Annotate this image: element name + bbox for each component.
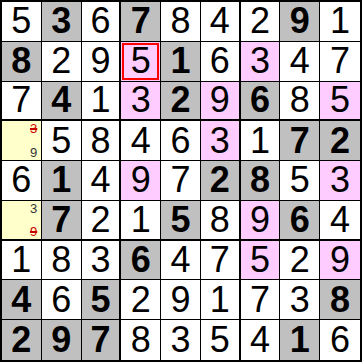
user-digit: 9 <box>250 202 270 238</box>
user-digit: 3 <box>330 162 350 198</box>
given-digit: 6 <box>250 82 270 118</box>
sudoku-board: 5367842918295163477413296853958463172614… <box>0 0 362 362</box>
user-digit: 5 <box>51 123 71 159</box>
cell-r4c9[interactable]: 2 <box>320 121 360 161</box>
cell-r8c9[interactable]: 8 <box>320 280 360 320</box>
cell-r3c1[interactable]: 7 <box>2 82 42 122</box>
user-digit: 8 <box>90 123 110 159</box>
user-digit: 9 <box>90 43 110 79</box>
user-digit: 3 <box>210 123 230 159</box>
user-digit: 9 <box>131 162 151 198</box>
cell-r5c5[interactable]: 7 <box>161 161 201 201</box>
cell-r3c4[interactable]: 3 <box>121 82 161 122</box>
user-digit: 6 <box>170 123 190 159</box>
user-digit: 2 <box>90 202 110 238</box>
user-digit: 8 <box>170 3 190 39</box>
candidate-9-struck: 9 <box>28 225 40 238</box>
user-digit: 5 <box>131 43 151 79</box>
cell-r9c8[interactable]: 1 <box>280 320 320 360</box>
cell-r5c2[interactable]: 1 <box>42 161 82 201</box>
user-digit: 1 <box>210 282 230 318</box>
cell-r5c8[interactable]: 5 <box>280 161 320 201</box>
cell-r4c3[interactable]: 8 <box>82 121 122 161</box>
user-digit: 1 <box>11 242 31 278</box>
user-digit: 7 <box>11 82 31 118</box>
candidate-grid: 39 <box>3 202 40 238</box>
cell-r4c7[interactable]: 1 <box>241 121 281 161</box>
cell-r5c3[interactable]: 4 <box>82 161 122 201</box>
user-digit: 2 <box>131 282 151 318</box>
user-digit: 6 <box>210 43 230 79</box>
user-digit: 7 <box>170 162 190 198</box>
cell-r5c9[interactable]: 3 <box>320 161 360 201</box>
user-digit: 4 <box>170 242 190 278</box>
cell-r5c1[interactable]: 6 <box>2 161 42 201</box>
cell-r2c1[interactable]: 8 <box>2 42 42 82</box>
given-digit: 8 <box>330 282 350 318</box>
candidate-9: 9 <box>28 146 40 159</box>
given-digit: 7 <box>290 123 310 159</box>
cell-r1c2[interactable]: 3 <box>42 2 82 42</box>
user-digit: 3 <box>170 322 190 358</box>
given-digit: 2 <box>330 123 350 159</box>
user-digit: 7 <box>250 282 270 318</box>
cell-r4c6[interactable]: 3 <box>201 121 241 161</box>
cell-r9c9[interactable]: 6 <box>320 320 360 360</box>
cell-r9c5[interactable]: 3 <box>161 320 201 360</box>
cell-r1c7[interactable]: 2 <box>241 2 281 42</box>
user-digit: 1 <box>330 3 350 39</box>
given-digit: 2 <box>170 82 190 118</box>
user-digit: 2 <box>290 242 310 278</box>
cell-r2c9[interactable]: 7 <box>320 42 360 82</box>
given-digit: 5 <box>90 282 110 318</box>
user-digit: 9 <box>210 82 230 118</box>
user-digit: 6 <box>330 322 350 358</box>
cell-r7c7[interactable]: 5 <box>241 241 281 281</box>
cell-r6c6[interactable]: 8 <box>201 201 241 241</box>
user-digit: 4 <box>131 123 151 159</box>
cell-r4c1[interactable]: 39 <box>2 121 42 161</box>
given-digit: 1 <box>290 322 310 358</box>
cell-r6c4[interactable]: 1 <box>121 201 161 241</box>
cell-r5c6[interactable]: 2 <box>201 161 241 201</box>
user-digit: 2 <box>250 3 270 39</box>
given-digit: 9 <box>290 3 310 39</box>
cell-r8c5[interactable]: 9 <box>161 280 201 320</box>
user-digit: 6 <box>90 3 110 39</box>
cell-r9c6[interactable]: 5 <box>201 320 241 360</box>
given-digit: 2 <box>11 322 31 358</box>
cell-r8c2[interactable]: 6 <box>42 280 82 320</box>
cell-r8c7[interactable]: 7 <box>241 280 281 320</box>
given-digit: 2 <box>210 162 230 198</box>
cell-r7c5[interactable]: 4 <box>161 241 201 281</box>
cell-r7c1[interactable]: 1 <box>2 241 42 281</box>
cell-r8c8[interactable]: 3 <box>280 280 320 320</box>
user-digit: 3 <box>90 242 110 278</box>
candidate-3: 3 <box>28 202 40 215</box>
user-digit: 5 <box>290 162 310 198</box>
cell-r4c4[interactable]: 4 <box>121 121 161 161</box>
cell-r6c5[interactable]: 5 <box>161 201 201 241</box>
cell-r5c7[interactable]: 8 <box>241 161 281 201</box>
user-digit: 4 <box>290 43 310 79</box>
user-digit: 8 <box>290 82 310 118</box>
user-digit: 1 <box>250 123 270 159</box>
user-digit: 5 <box>250 242 270 278</box>
user-digit: 6 <box>51 282 71 318</box>
cell-r4c8[interactable]: 7 <box>280 121 320 161</box>
cell-r7c3[interactable]: 3 <box>82 241 122 281</box>
cell-r6c9[interactable]: 4 <box>320 201 360 241</box>
given-digit: 7 <box>131 3 151 39</box>
cell-r6c1[interactable]: 39 <box>2 201 42 241</box>
user-digit: 7 <box>330 43 350 79</box>
user-digit: 4 <box>90 162 110 198</box>
user-digit: 4 <box>330 202 350 238</box>
candidate-3-struck: 3 <box>28 122 40 135</box>
given-digit: 3 <box>51 3 71 39</box>
user-digit: 1 <box>90 82 110 118</box>
given-digit: 6 <box>131 242 151 278</box>
given-digit: 5 <box>170 202 190 238</box>
cell-r2c7[interactable]: 3 <box>241 42 281 82</box>
cell-r1c8[interactable]: 9 <box>280 2 320 42</box>
cell-r6c2[interactable]: 7 <box>42 201 82 241</box>
cell-r1c3[interactable]: 6 <box>82 2 122 42</box>
cell-r1c4[interactable]: 7 <box>121 2 161 42</box>
user-digit: 4 <box>210 3 230 39</box>
user-digit: 5 <box>11 3 31 39</box>
candidate-grid: 39 <box>3 122 40 159</box>
cell-r7c4[interactable]: 6 <box>121 241 161 281</box>
user-digit: 3 <box>250 43 270 79</box>
given-digit: 4 <box>51 82 71 118</box>
given-digit: 7 <box>51 202 71 238</box>
cell-r7c2[interactable]: 8 <box>42 241 82 281</box>
cell-r9c7[interactable]: 4 <box>241 320 281 360</box>
cell-r3c2[interactable]: 4 <box>42 82 82 122</box>
cell-r9c1[interactable]: 2 <box>2 320 42 360</box>
user-digit: 1 <box>131 202 151 238</box>
user-digit: 2 <box>51 43 71 79</box>
cell-r1c5[interactable]: 8 <box>161 2 201 42</box>
user-digit: 5 <box>210 322 230 358</box>
given-digit: 6 <box>290 202 310 238</box>
user-digit: 8 <box>131 322 151 358</box>
cell-r8c3[interactable]: 5 <box>82 280 122 320</box>
given-digit: 1 <box>170 43 190 79</box>
cell-r6c8[interactable]: 6 <box>280 201 320 241</box>
cell-r3c6[interactable]: 9 <box>201 82 241 122</box>
given-digit: 4 <box>11 282 31 318</box>
cell-r2c2[interactable]: 2 <box>42 42 82 82</box>
cell-r7c8[interactable]: 2 <box>280 241 320 281</box>
given-digit: 8 <box>11 43 31 79</box>
cell-r3c5[interactable]: 2 <box>161 82 201 122</box>
cell-r7c9[interactable]: 9 <box>320 241 360 281</box>
cell-r8c4[interactable]: 2 <box>121 280 161 320</box>
cell-r7c6[interactable]: 7 <box>201 241 241 281</box>
given-digit: 7 <box>90 322 110 358</box>
cell-r1c6[interactable]: 4 <box>201 2 241 42</box>
cell-r9c3[interactable]: 7 <box>82 320 122 360</box>
user-digit: 7 <box>210 242 230 278</box>
cell-r4c5[interactable]: 6 <box>161 121 201 161</box>
cell-r3c9[interactable]: 5 <box>320 82 360 122</box>
user-digit: 9 <box>170 282 190 318</box>
cell-r2c8[interactable]: 4 <box>280 42 320 82</box>
cell-r6c3[interactable]: 2 <box>82 201 122 241</box>
cell-r2c5[interactable]: 1 <box>161 42 201 82</box>
user-digit: 9 <box>330 242 350 278</box>
cell-r1c9[interactable]: 1 <box>320 2 360 42</box>
user-digit: 3 <box>290 282 310 318</box>
cell-r3c8[interactable]: 8 <box>280 82 320 122</box>
cell-r8c6[interactable]: 1 <box>201 280 241 320</box>
cell-r6c7[interactable]: 9 <box>241 201 281 241</box>
user-digit: 6 <box>11 162 31 198</box>
user-digit: 5 <box>330 82 350 118</box>
cell-r9c4[interactable]: 8 <box>121 320 161 360</box>
cell-r5c4[interactable]: 9 <box>121 161 161 201</box>
cell-r4c2[interactable]: 5 <box>42 121 82 161</box>
cell-r9c2[interactable]: 9 <box>42 320 82 360</box>
given-digit: 8 <box>250 162 270 198</box>
given-digit: 9 <box>51 322 71 358</box>
cell-r3c3[interactable]: 1 <box>82 82 122 122</box>
given-digit: 1 <box>51 162 71 198</box>
user-digit: 4 <box>250 322 270 358</box>
cell-r2c3[interactable]: 9 <box>82 42 122 82</box>
cell-r2c6[interactable]: 6 <box>201 42 241 82</box>
user-digit: 3 <box>131 82 151 118</box>
cell-r1c1[interactable]: 5 <box>2 2 42 42</box>
user-digit: 8 <box>210 202 230 238</box>
user-digit: 8 <box>51 242 71 278</box>
cell-r2c4[interactable]: 5 <box>121 42 161 82</box>
cell-r3c7[interactable]: 6 <box>241 82 281 122</box>
cell-r8c1[interactable]: 4 <box>2 280 42 320</box>
